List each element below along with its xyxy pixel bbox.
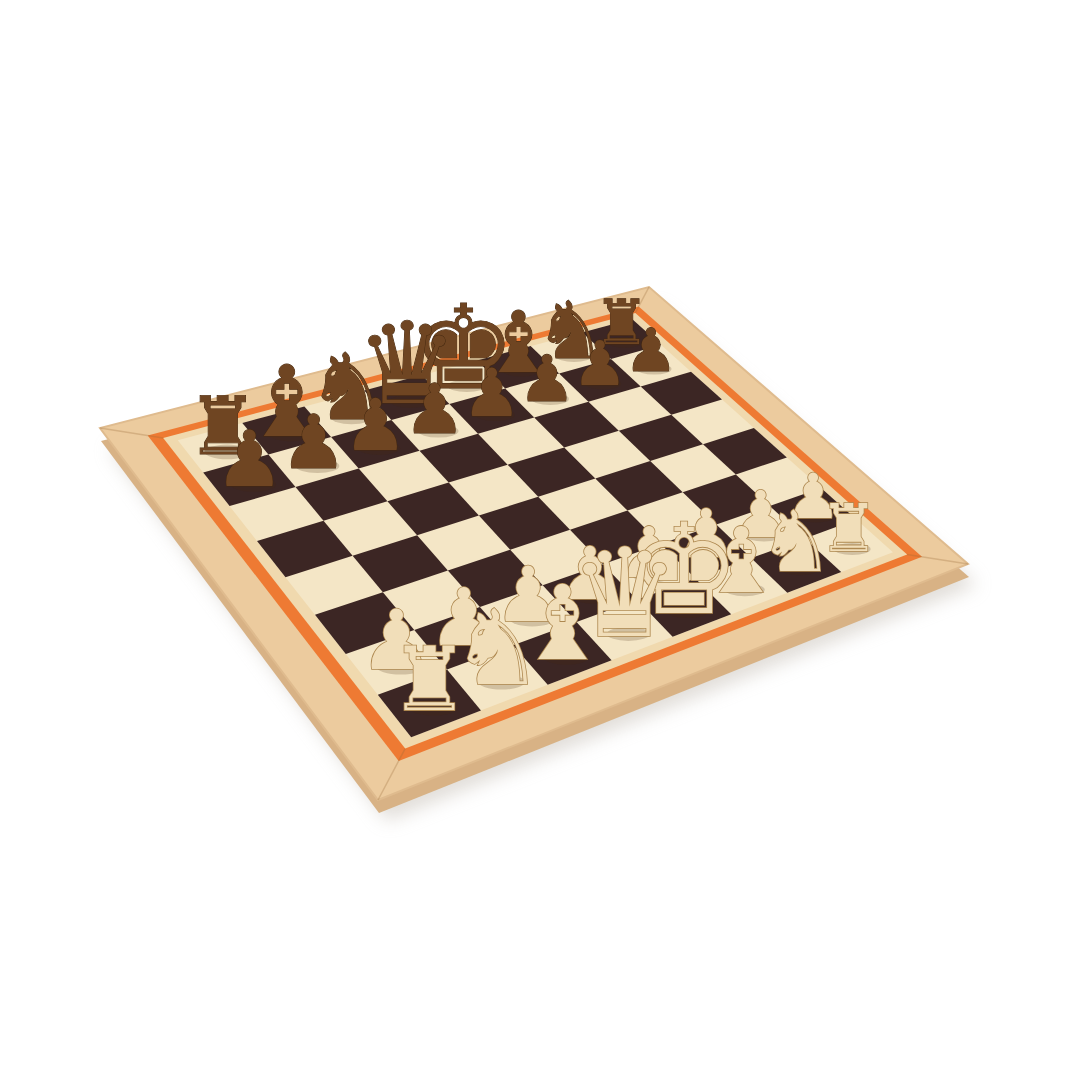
dark-pawn: ♟ (462, 354, 522, 432)
dark-pawn: ♟ (624, 316, 677, 385)
dark-pawn: ♟ (280, 399, 347, 486)
dark-pawn: ♟ (215, 414, 284, 504)
product-photo: ♜♞♟♝♟♚♟♛♟♞♟♝♟♜♟♟♟♟♜♟♞♟♝♟♚♟♛♟♝♟♞♜ (0, 0, 1080, 1080)
dark-pawn: ♟ (518, 342, 575, 416)
light-rook: ♜ (390, 628, 469, 731)
dark-pawn: ♟ (572, 328, 627, 400)
dark-pawn: ♟ (404, 369, 466, 449)
dark-pawn: ♟ (343, 384, 407, 467)
chess-board: ♜♞♟♝♟♚♟♛♟♞♟♝♟♜♟♟♟♟♜♟♞♟♝♟♚♟♛♟♝♟♞♜ (0, 0, 1080, 1080)
